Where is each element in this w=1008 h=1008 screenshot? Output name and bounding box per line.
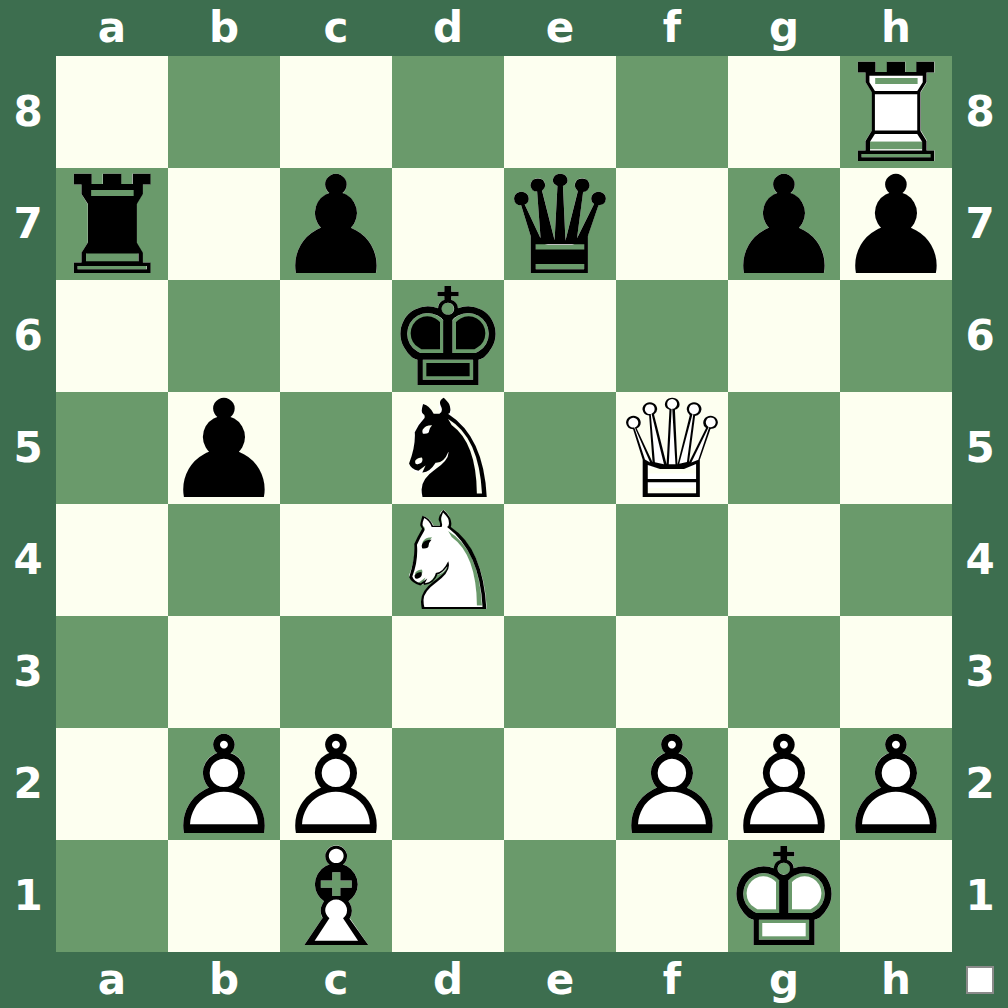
square-e5[interactable] [504,392,616,504]
square-f2[interactable]: ♟♙ [616,728,728,840]
square-h6[interactable] [840,280,952,392]
rank-label-left-7: 7 [0,168,56,280]
square-d8[interactable] [392,56,504,168]
rank-label-left-3: 3 [0,616,56,728]
piece-black-pawn-c7[interactable]: ♙♟ [280,168,392,280]
rank-label-right-8: 8 [952,56,1008,168]
file-label-top-c: c [280,0,392,56]
piece-black-rook-a7[interactable]: ♖♜ [56,168,168,280]
file-label-top-d: d [392,0,504,56]
piece-white-king-g1[interactable]: ♚♔ [728,840,840,952]
piece-white-pawn-h2[interactable]: ♟♙ [840,728,952,840]
square-d4[interactable]: ♞♘ [392,504,504,616]
square-g6[interactable] [728,280,840,392]
square-h2[interactable]: ♟♙ [840,728,952,840]
square-h7[interactable]: ♙♟ [840,168,952,280]
rank-labels-left: 87654321 [0,56,56,952]
rank-label-right-2: 2 [952,728,1008,840]
rank-label-left-5: 5 [0,392,56,504]
square-f4[interactable] [616,504,728,616]
square-e4[interactable] [504,504,616,616]
square-a7[interactable]: ♖♜ [56,168,168,280]
file-label-top-g: g [728,0,840,56]
square-c5[interactable] [280,392,392,504]
black-pawn-icon: ♟ [280,170,392,282]
white-to-move-indicator [966,966,994,994]
square-b2[interactable]: ♟♙ [168,728,280,840]
black-queen-icon: ♛ [504,170,616,282]
rank-label-right-6: 6 [952,280,1008,392]
white-pawn-icon: ♙ [840,730,952,842]
square-c1[interactable]: ♝♗ [280,840,392,952]
rank-label-left-6: 6 [0,280,56,392]
white-queen-icon: ♕ [616,394,728,506]
square-h4[interactable] [840,504,952,616]
file-label-top-f: f [616,0,728,56]
square-e3[interactable] [504,616,616,728]
square-b1[interactable] [168,840,280,952]
square-b5[interactable]: ♙♟ [168,392,280,504]
file-labels-top: abcdefgh [56,0,952,56]
rank-label-left-2: 2 [0,728,56,840]
square-f5[interactable]: ♛♕ [616,392,728,504]
square-a1[interactable] [56,840,168,952]
square-d3[interactable] [392,616,504,728]
square-b7[interactable] [168,168,280,280]
square-c7[interactable]: ♙♟ [280,168,392,280]
white-bishop-icon: ♗ [280,842,392,954]
square-g1[interactable]: ♚♔ [728,840,840,952]
piece-white-pawn-f2[interactable]: ♟♙ [616,728,728,840]
piece-white-knight-d4[interactable]: ♞♘ [392,504,504,616]
square-a2[interactable] [56,728,168,840]
piece-white-pawn-b2[interactable]: ♟♙ [168,728,280,840]
square-g5[interactable] [728,392,840,504]
chess-board-frame: abcdefgh abcdefgh 87654321 87654321 ♜♖♖♜… [0,0,1008,1008]
square-b4[interactable] [168,504,280,616]
file-label-bottom-e: e [504,952,616,1008]
rank-label-right-3: 3 [952,616,1008,728]
piece-black-queen-e7[interactable]: ♕♛ [504,168,616,280]
file-label-bottom-a: a [56,952,168,1008]
file-label-bottom-h: h [840,952,952,1008]
file-label-top-e: e [504,0,616,56]
rank-label-right-1: 1 [952,840,1008,952]
square-e6[interactable] [504,280,616,392]
piece-black-pawn-g7[interactable]: ♙♟ [728,168,840,280]
chess-board: ♜♖♖♜♙♟♕♛♙♟♙♟♔♚♙♟♘♞♛♕♞♘♟♙♟♙♟♙♟♙♟♙♝♗♚♔ [56,56,952,952]
piece-white-queen-f5[interactable]: ♛♕ [616,392,728,504]
file-label-top-b: b [168,0,280,56]
square-c4[interactable] [280,504,392,616]
square-h1[interactable] [840,840,952,952]
rank-label-right-7: 7 [952,168,1008,280]
piece-white-bishop-c1[interactable]: ♝♗ [280,840,392,952]
square-c6[interactable] [280,280,392,392]
file-label-bottom-f: f [616,952,728,1008]
rank-label-right-5: 5 [952,392,1008,504]
square-f8[interactable] [616,56,728,168]
white-knight-icon: ♘ [392,506,504,618]
square-g7[interactable]: ♙♟ [728,168,840,280]
rank-label-left-1: 1 [0,840,56,952]
black-pawn-icon: ♟ [168,394,280,506]
file-label-bottom-d: d [392,952,504,1008]
square-a5[interactable] [56,392,168,504]
black-pawn-icon: ♟ [840,170,952,282]
piece-black-pawn-b5[interactable]: ♙♟ [168,392,280,504]
white-king-icon: ♔ [728,842,840,954]
square-e7[interactable]: ♕♛ [504,168,616,280]
square-g4[interactable] [728,504,840,616]
black-rook-icon: ♜ [56,170,168,282]
white-pawn-icon: ♙ [616,730,728,842]
rank-label-left-4: 4 [0,504,56,616]
file-label-top-a: a [56,0,168,56]
square-d2[interactable] [392,728,504,840]
square-e2[interactable] [504,728,616,840]
square-a4[interactable] [56,504,168,616]
square-e1[interactable] [504,840,616,952]
file-label-bottom-b: b [168,952,280,1008]
rank-label-right-4: 4 [952,504,1008,616]
square-a3[interactable] [56,616,168,728]
piece-black-pawn-h7[interactable]: ♙♟ [840,168,952,280]
square-a6[interactable] [56,280,168,392]
square-d1[interactable] [392,840,504,952]
square-b8[interactable] [168,56,280,168]
square-h5[interactable] [840,392,952,504]
white-pawn-icon: ♙ [168,730,280,842]
rank-label-left-8: 8 [0,56,56,168]
black-pawn-icon: ♟ [728,170,840,282]
square-f7[interactable] [616,168,728,280]
rank-labels-right: 87654321 [952,56,1008,952]
square-f1[interactable] [616,840,728,952]
